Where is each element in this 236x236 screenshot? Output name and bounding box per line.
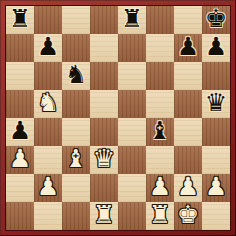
square-b5[interactable]: ♞ bbox=[34, 90, 62, 118]
piece-black-queen[interactable]: ♛ bbox=[205, 89, 227, 117]
piece-black-knight[interactable]: ♞ bbox=[65, 61, 87, 89]
piece-white-rook[interactable]: ♜ bbox=[149, 201, 171, 229]
square-c2[interactable] bbox=[62, 174, 90, 202]
square-a3[interactable]: ♟ bbox=[6, 146, 34, 174]
square-g6[interactable] bbox=[174, 62, 202, 90]
piece-white-pawn[interactable]: ♟ bbox=[9, 145, 31, 173]
piece-black-pawn[interactable]: ♟ bbox=[9, 117, 31, 145]
square-f7[interactable] bbox=[146, 34, 174, 62]
square-c4[interactable] bbox=[62, 118, 90, 146]
piece-black-bishop[interactable]: ♝ bbox=[149, 117, 171, 145]
square-c3[interactable]: ♝ bbox=[62, 146, 90, 174]
square-b7[interactable]: ♟ bbox=[34, 34, 62, 62]
square-g3[interactable] bbox=[174, 146, 202, 174]
square-e1[interactable] bbox=[118, 202, 146, 230]
square-d5[interactable] bbox=[90, 90, 118, 118]
piece-black-rook[interactable]: ♜ bbox=[121, 5, 143, 33]
square-a4[interactable]: ♟ bbox=[6, 118, 34, 146]
square-h4[interactable] bbox=[202, 118, 230, 146]
square-a7[interactable] bbox=[6, 34, 34, 62]
square-a6[interactable] bbox=[6, 62, 34, 90]
square-g2[interactable]: ♟ bbox=[174, 174, 202, 202]
piece-white-queen[interactable]: ♛ bbox=[93, 145, 115, 173]
square-c5[interactable] bbox=[62, 90, 90, 118]
square-g7[interactable]: ♟ bbox=[174, 34, 202, 62]
square-e4[interactable] bbox=[118, 118, 146, 146]
square-a1[interactable] bbox=[6, 202, 34, 230]
piece-white-pawn[interactable]: ♟ bbox=[205, 173, 227, 201]
square-f8[interactable] bbox=[146, 6, 174, 34]
square-f1[interactable]: ♜ bbox=[146, 202, 174, 230]
square-e5[interactable] bbox=[118, 90, 146, 118]
square-b4[interactable] bbox=[34, 118, 62, 146]
piece-white-knight[interactable]: ♞ bbox=[37, 89, 59, 117]
square-g1[interactable]: ♚ bbox=[174, 202, 202, 230]
square-a5[interactable] bbox=[6, 90, 34, 118]
square-b8[interactable] bbox=[34, 6, 62, 34]
square-d8[interactable] bbox=[90, 6, 118, 34]
square-d4[interactable] bbox=[90, 118, 118, 146]
square-d1[interactable]: ♜ bbox=[90, 202, 118, 230]
piece-black-king[interactable]: ♚ bbox=[205, 5, 227, 33]
square-c1[interactable] bbox=[62, 202, 90, 230]
square-e8[interactable]: ♜ bbox=[118, 6, 146, 34]
square-f3[interactable] bbox=[146, 146, 174, 174]
square-a8[interactable]: ♜ bbox=[6, 6, 34, 34]
square-c6[interactable]: ♞ bbox=[62, 62, 90, 90]
square-b2[interactable]: ♟ bbox=[34, 174, 62, 202]
square-h2[interactable]: ♟ bbox=[202, 174, 230, 202]
square-e3[interactable] bbox=[118, 146, 146, 174]
piece-black-pawn[interactable]: ♟ bbox=[37, 33, 59, 61]
square-e7[interactable] bbox=[118, 34, 146, 62]
square-e6[interactable] bbox=[118, 62, 146, 90]
square-g5[interactable] bbox=[174, 90, 202, 118]
square-h5[interactable]: ♛ bbox=[202, 90, 230, 118]
piece-black-pawn[interactable]: ♟ bbox=[177, 33, 199, 61]
piece-white-rook[interactable]: ♜ bbox=[93, 201, 115, 229]
piece-black-rook[interactable]: ♜ bbox=[9, 5, 31, 33]
square-c7[interactable] bbox=[62, 34, 90, 62]
square-h7[interactable]: ♟ bbox=[202, 34, 230, 62]
chess-board: ♜♜♚♟♟♟♞♞♛♟♝♟♝♛♟♟♟♟♜♜♚ bbox=[5, 5, 231, 231]
square-g4[interactable] bbox=[174, 118, 202, 146]
square-e2[interactable] bbox=[118, 174, 146, 202]
piece-white-pawn[interactable]: ♟ bbox=[149, 173, 171, 201]
square-d6[interactable] bbox=[90, 62, 118, 90]
square-b6[interactable] bbox=[34, 62, 62, 90]
square-a2[interactable] bbox=[6, 174, 34, 202]
piece-white-bishop[interactable]: ♝ bbox=[65, 145, 87, 173]
square-h8[interactable]: ♚ bbox=[202, 6, 230, 34]
square-f6[interactable] bbox=[146, 62, 174, 90]
square-h6[interactable] bbox=[202, 62, 230, 90]
square-d2[interactable] bbox=[90, 174, 118, 202]
square-d7[interactable] bbox=[90, 34, 118, 62]
square-h3[interactable] bbox=[202, 146, 230, 174]
piece-white-pawn[interactable]: ♟ bbox=[37, 173, 59, 201]
square-f4[interactable]: ♝ bbox=[146, 118, 174, 146]
piece-black-pawn[interactable]: ♟ bbox=[205, 33, 227, 61]
square-h1[interactable] bbox=[202, 202, 230, 230]
square-f5[interactable] bbox=[146, 90, 174, 118]
square-d3[interactable]: ♛ bbox=[90, 146, 118, 174]
square-c8[interactable] bbox=[62, 6, 90, 34]
chess-board-frame: ♜♜♚♟♟♟♞♞♛♟♝♟♝♛♟♟♟♟♜♜♚ bbox=[0, 0, 236, 236]
piece-white-pawn[interactable]: ♟ bbox=[177, 173, 199, 201]
piece-white-king[interactable]: ♚ bbox=[177, 201, 199, 229]
square-b3[interactable] bbox=[34, 146, 62, 174]
square-f2[interactable]: ♟ bbox=[146, 174, 174, 202]
square-g8[interactable] bbox=[174, 6, 202, 34]
square-b1[interactable] bbox=[34, 202, 62, 230]
